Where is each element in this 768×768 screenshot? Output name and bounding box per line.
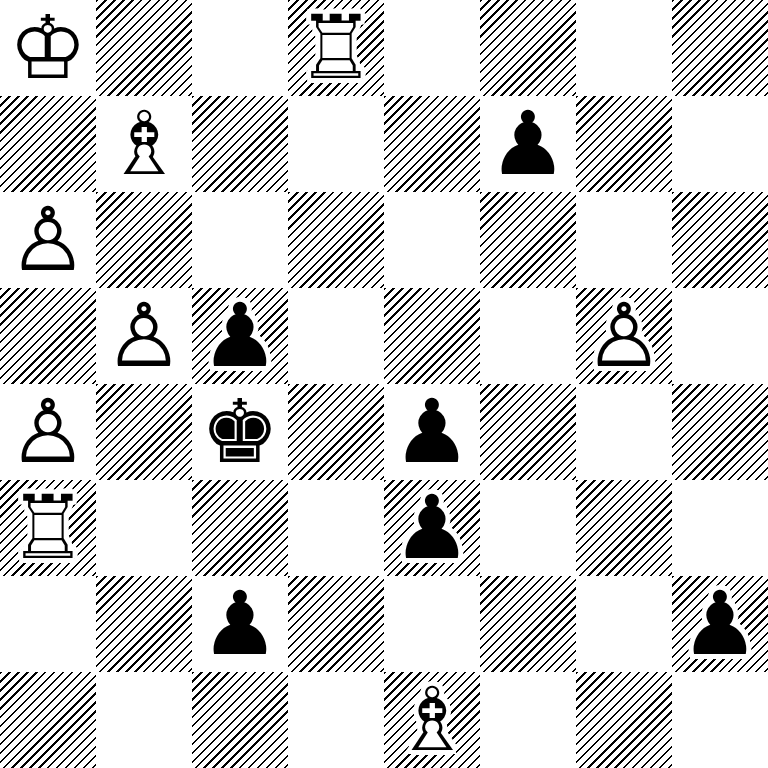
square-a6[interactable]: ♟♙ [0, 192, 96, 288]
square-e4[interactable]: ♟ [384, 384, 480, 480]
square-h1[interactable] [672, 672, 768, 768]
square-f1[interactable] [480, 672, 576, 768]
square-f3[interactable] [480, 480, 576, 576]
white-rook: ♖ [288, 0, 384, 96]
black-pawn: ♟ [192, 288, 288, 384]
board-wrap: ♚♔♜♖♝♗♟♟♙♟♙♟♟♙♟♙♚♟♜♖♟♟♟♝♗ [0, 0, 768, 768]
square-c1[interactable] [192, 672, 288, 768]
white-king-body: ♚ [0, 0, 96, 96]
black-king: ♚ [192, 384, 288, 480]
square-d2[interactable] [288, 576, 384, 672]
square-e8[interactable] [384, 0, 480, 96]
white-bishop: ♗ [96, 96, 192, 192]
black-pawn: ♟ [384, 384, 480, 480]
square-b3[interactable] [96, 480, 192, 576]
square-b1[interactable] [96, 672, 192, 768]
black-pawn: ♟ [384, 480, 480, 576]
square-g5[interactable]: ♟♙ [576, 288, 672, 384]
square-c8[interactable] [192, 0, 288, 96]
square-e3[interactable]: ♟ [384, 480, 480, 576]
square-h7[interactable] [672, 96, 768, 192]
white-pawn-body: ♟ [96, 288, 192, 384]
black-pawn: ♟ [672, 576, 768, 672]
square-h4[interactable] [672, 384, 768, 480]
square-g1[interactable] [576, 672, 672, 768]
square-g3[interactable] [576, 480, 672, 576]
square-c4[interactable]: ♚ [192, 384, 288, 480]
white-pawn-body: ♟ [576, 288, 672, 384]
white-rook: ♖ [0, 480, 96, 576]
square-h2[interactable]: ♟ [672, 576, 768, 672]
square-f7[interactable]: ♟ [480, 96, 576, 192]
square-e7[interactable] [384, 96, 480, 192]
square-h6[interactable] [672, 192, 768, 288]
square-c2[interactable]: ♟ [192, 576, 288, 672]
square-d6[interactable] [288, 192, 384, 288]
square-d8[interactable]: ♜♖ [288, 0, 384, 96]
square-e5[interactable] [384, 288, 480, 384]
square-e2[interactable] [384, 576, 480, 672]
white-bishop-body: ♝ [384, 672, 480, 768]
square-f6[interactable] [480, 192, 576, 288]
black-pawn: ♟ [192, 576, 288, 672]
square-a8[interactable]: ♚♔ [0, 0, 96, 96]
square-f2[interactable] [480, 576, 576, 672]
white-pawn: ♙ [0, 192, 96, 288]
square-f8[interactable] [480, 0, 576, 96]
square-d7[interactable] [288, 96, 384, 192]
white-bishop-body: ♝ [96, 96, 192, 192]
square-a5[interactable] [0, 288, 96, 384]
square-a2[interactable] [0, 576, 96, 672]
square-f4[interactable] [480, 384, 576, 480]
square-g4[interactable] [576, 384, 672, 480]
white-pawn: ♙ [0, 384, 96, 480]
white-rook-body: ♜ [288, 0, 384, 96]
white-pawn: ♙ [576, 288, 672, 384]
square-c3[interactable] [192, 480, 288, 576]
square-a7[interactable] [0, 96, 96, 192]
square-b4[interactable] [96, 384, 192, 480]
square-a1[interactable] [0, 672, 96, 768]
square-c6[interactable] [192, 192, 288, 288]
black-pawn: ♟ [480, 96, 576, 192]
white-pawn: ♙ [96, 288, 192, 384]
square-h3[interactable] [672, 480, 768, 576]
square-d1[interactable] [288, 672, 384, 768]
square-b7[interactable]: ♝♗ [96, 96, 192, 192]
white-rook-body: ♜ [0, 480, 96, 576]
square-a3[interactable]: ♜♖ [0, 480, 96, 576]
square-c7[interactable] [192, 96, 288, 192]
square-b6[interactable] [96, 192, 192, 288]
square-h5[interactable] [672, 288, 768, 384]
square-b2[interactable] [96, 576, 192, 672]
white-king: ♔ [0, 0, 96, 96]
square-c5[interactable]: ♟ [192, 288, 288, 384]
square-b5[interactable]: ♟♙ [96, 288, 192, 384]
white-pawn-body: ♟ [0, 192, 96, 288]
white-bishop: ♗ [384, 672, 480, 768]
square-h8[interactable] [672, 0, 768, 96]
square-b8[interactable] [96, 0, 192, 96]
square-g7[interactable] [576, 96, 672, 192]
square-e1[interactable]: ♝♗ [384, 672, 480, 768]
square-g6[interactable] [576, 192, 672, 288]
white-pawn-body: ♟ [0, 384, 96, 480]
square-g8[interactable] [576, 0, 672, 96]
square-d5[interactable] [288, 288, 384, 384]
square-f5[interactable] [480, 288, 576, 384]
chessboard: ♚♔♜♖♝♗♟♟♙♟♙♟♟♙♟♙♚♟♜♖♟♟♟♝♗ [0, 0, 768, 768]
square-d4[interactable] [288, 384, 384, 480]
square-a4[interactable]: ♟♙ [0, 384, 96, 480]
square-e6[interactable] [384, 192, 480, 288]
square-d3[interactable] [288, 480, 384, 576]
square-g2[interactable] [576, 576, 672, 672]
